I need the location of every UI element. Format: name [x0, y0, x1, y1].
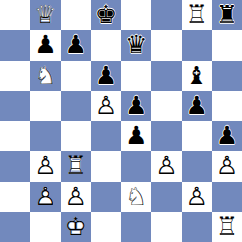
black-pawn-piece: ♟: [121, 91, 151, 121]
square-f5[interactable]: [151, 91, 181, 121]
square-g3[interactable]: [182, 151, 212, 181]
white-pawn-piece: ♟♙: [151, 151, 181, 181]
square-a4[interactable]: [0, 121, 30, 151]
square-g4[interactable]: [182, 121, 212, 151]
square-a2[interactable]: [0, 182, 30, 212]
square-b2[interactable]: ♟♙: [30, 182, 60, 212]
square-g1[interactable]: [182, 212, 212, 242]
square-c4[interactable]: [61, 121, 91, 151]
black-pawn-piece: ♟: [182, 91, 212, 121]
square-f6[interactable]: [151, 61, 181, 91]
square-c7[interactable]: ♟: [61, 30, 91, 60]
black-pawn-piece: ♟: [30, 30, 60, 60]
square-b4[interactable]: [30, 121, 60, 151]
square-h7[interactable]: [212, 30, 242, 60]
square-d8[interactable]: ♚: [91, 0, 121, 30]
square-f2[interactable]: [151, 182, 181, 212]
square-e5[interactable]: ♟: [121, 91, 151, 121]
white-king-piece: ♚♔: [61, 212, 91, 242]
square-c8[interactable]: [61, 0, 91, 30]
square-h5[interactable]: [212, 91, 242, 121]
white-pawn-piece: ♟♙: [91, 91, 121, 121]
square-d5[interactable]: ♟♙: [91, 91, 121, 121]
square-e6[interactable]: [121, 61, 151, 91]
white-pawn-piece: ♟♙: [182, 182, 212, 212]
square-h6[interactable]: [212, 61, 242, 91]
square-e3[interactable]: [121, 151, 151, 181]
square-d4[interactable]: [91, 121, 121, 151]
white-pawn-piece: ♟♙: [61, 182, 91, 212]
black-rook-piece: ♜: [212, 0, 242, 30]
square-b5[interactable]: [30, 91, 60, 121]
square-a6[interactable]: [0, 61, 30, 91]
black-king-piece: ♚: [91, 0, 121, 30]
square-d2[interactable]: [91, 182, 121, 212]
square-d1[interactable]: [91, 212, 121, 242]
black-pawn-piece: ♟: [91, 61, 121, 91]
square-f1[interactable]: [151, 212, 181, 242]
square-d3[interactable]: [91, 151, 121, 181]
square-c6[interactable]: [61, 61, 91, 91]
white-queen-piece: ♛♕: [30, 0, 60, 30]
square-h3[interactable]: ♟♙: [212, 151, 242, 181]
white-knight-piece: ♞♘: [30, 61, 60, 91]
square-c2[interactable]: ♟♙: [61, 182, 91, 212]
square-a5[interactable]: [0, 91, 30, 121]
square-f4[interactable]: [151, 121, 181, 151]
square-a3[interactable]: [0, 151, 30, 181]
white-knight-piece: ♞♘: [121, 182, 151, 212]
square-c5[interactable]: [61, 91, 91, 121]
square-c3[interactable]: ♜♖: [61, 151, 91, 181]
white-pawn-piece: ♟♙: [212, 151, 242, 181]
square-d6[interactable]: ♟: [91, 61, 121, 91]
square-d7[interactable]: [91, 30, 121, 60]
black-bishop-piece: ♝: [182, 61, 212, 91]
white-rook-piece: ♜♖: [61, 151, 91, 181]
white-rook-piece: ♜♖: [182, 0, 212, 30]
white-pawn-piece: ♟♙: [30, 182, 60, 212]
square-e4[interactable]: ♟: [121, 121, 151, 151]
square-b1[interactable]: [30, 212, 60, 242]
square-b8[interactable]: ♛♕: [30, 0, 60, 30]
square-g7[interactable]: [182, 30, 212, 60]
square-f7[interactable]: [151, 30, 181, 60]
square-h4[interactable]: ♟: [212, 121, 242, 151]
white-pawn-piece: ♟♙: [30, 151, 60, 181]
white-rook-piece: ♜♖: [212, 212, 242, 242]
square-g6[interactable]: ♝: [182, 61, 212, 91]
square-c1[interactable]: ♚♔: [61, 212, 91, 242]
square-h8[interactable]: ♜: [212, 0, 242, 30]
square-a1[interactable]: [0, 212, 30, 242]
square-b3[interactable]: ♟♙: [30, 151, 60, 181]
square-e1[interactable]: [121, 212, 151, 242]
square-g2[interactable]: ♟♙: [182, 182, 212, 212]
black-queen-piece: ♛: [121, 30, 151, 60]
square-h2[interactable]: [212, 182, 242, 212]
black-pawn-piece: ♟: [212, 121, 242, 151]
square-b6[interactable]: ♞♘: [30, 61, 60, 91]
square-g8[interactable]: ♜♖: [182, 0, 212, 30]
square-b7[interactable]: ♟: [30, 30, 60, 60]
chess-board: ♛♕♚♜♖♜♟♟♛♞♘♟♝♟♙♟♟♟♟♟♙♜♖♟♙♟♙♟♙♟♙♞♘♟♙♚♔♜♖: [0, 0, 242, 242]
square-e7[interactable]: ♛: [121, 30, 151, 60]
square-f3[interactable]: ♟♙: [151, 151, 181, 181]
square-e2[interactable]: ♞♘: [121, 182, 151, 212]
square-a8[interactable]: [0, 0, 30, 30]
square-g5[interactable]: ♟: [182, 91, 212, 121]
square-f8[interactable]: [151, 0, 181, 30]
black-pawn-piece: ♟: [61, 30, 91, 60]
square-a7[interactable]: [0, 30, 30, 60]
square-e8[interactable]: [121, 0, 151, 30]
black-pawn-piece: ♟: [121, 121, 151, 151]
square-h1[interactable]: ♜♖: [212, 212, 242, 242]
